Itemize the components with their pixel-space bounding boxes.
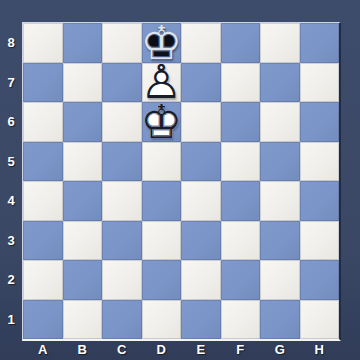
square-a5[interactable] [23, 142, 63, 182]
square-g5[interactable] [260, 142, 300, 182]
square-e8[interactable] [181, 23, 221, 63]
square-b1[interactable] [63, 300, 103, 340]
piece-fill-glyph: ♚ [140, 18, 182, 65]
square-g2[interactable] [260, 260, 300, 300]
square-g7[interactable] [260, 63, 300, 103]
square-g1[interactable] [260, 300, 300, 340]
piece-outline-glyph: ♔ [140, 97, 182, 144]
square-f6[interactable] [221, 102, 261, 142]
piece-outline-glyph: ♔ [140, 18, 182, 65]
square-b4[interactable] [63, 181, 103, 221]
square-d6[interactable]: ♚♔ [142, 102, 182, 142]
square-d3[interactable] [142, 221, 182, 261]
file-label-c: C [102, 341, 142, 358]
square-c4[interactable] [102, 181, 142, 221]
piece-outline-glyph: ♙ [140, 58, 182, 105]
square-b6[interactable] [63, 102, 103, 142]
square-a3[interactable] [23, 221, 63, 261]
rank-label-1: 1 [0, 300, 22, 340]
file-label-g: G [260, 341, 300, 358]
white-pawn[interactable]: ♟♙ [142, 63, 182, 103]
square-h6[interactable] [300, 102, 340, 142]
square-b8[interactable] [63, 23, 103, 63]
square-c8[interactable] [102, 23, 142, 63]
file-label-e: E [181, 341, 221, 358]
piece-fill-glyph: ♟ [140, 58, 182, 105]
square-e3[interactable] [181, 221, 221, 261]
square-a2[interactable] [23, 260, 63, 300]
rank-label-5: 5 [0, 142, 22, 182]
square-a1[interactable] [23, 300, 63, 340]
square-g3[interactable] [260, 221, 300, 261]
rank-label-7: 7 [0, 63, 22, 103]
square-f2[interactable] [221, 260, 261, 300]
file-label-b: B [63, 341, 103, 358]
square-b2[interactable] [63, 260, 103, 300]
square-e2[interactable] [181, 260, 221, 300]
square-f7[interactable] [221, 63, 261, 103]
square-h5[interactable] [300, 142, 340, 182]
square-b5[interactable] [63, 142, 103, 182]
square-c1[interactable] [102, 300, 142, 340]
square-h7[interactable] [300, 63, 340, 103]
file-labels: ABCDEFGH [23, 341, 339, 358]
square-h1[interactable] [300, 300, 340, 340]
chess-diagram: 87654321 ♚♔♟♙♚♔ ABCDEFGH [0, 0, 360, 360]
square-f3[interactable] [221, 221, 261, 261]
square-f1[interactable] [221, 300, 261, 340]
square-c2[interactable] [102, 260, 142, 300]
rank-labels: 87654321 [0, 23, 22, 339]
rank-label-8: 8 [0, 23, 22, 63]
rank-label-3: 3 [0, 221, 22, 261]
square-e7[interactable] [181, 63, 221, 103]
square-f8[interactable] [221, 23, 261, 63]
square-b7[interactable] [63, 63, 103, 103]
rank-label-2: 2 [0, 260, 22, 300]
square-c6[interactable] [102, 102, 142, 142]
square-f4[interactable] [221, 181, 261, 221]
square-b3[interactable] [63, 221, 103, 261]
square-a6[interactable] [23, 102, 63, 142]
chess-board: ♚♔♟♙♚♔ [22, 22, 341, 341]
file-label-a: A [23, 341, 63, 358]
square-d8[interactable]: ♚♔ [142, 23, 182, 63]
square-h8[interactable] [300, 23, 340, 63]
square-d4[interactable] [142, 181, 182, 221]
square-g4[interactable] [260, 181, 300, 221]
square-d7[interactable]: ♟♙ [142, 63, 182, 103]
square-e6[interactable] [181, 102, 221, 142]
square-a7[interactable] [23, 63, 63, 103]
white-king[interactable]: ♚♔ [142, 102, 182, 142]
square-a4[interactable] [23, 181, 63, 221]
square-c3[interactable] [102, 221, 142, 261]
square-d5[interactable] [142, 142, 182, 182]
rank-label-4: 4 [0, 181, 22, 221]
file-label-f: F [221, 341, 261, 358]
file-label-d: D [142, 341, 182, 358]
square-g6[interactable] [260, 102, 300, 142]
square-h4[interactable] [300, 181, 340, 221]
square-c5[interactable] [102, 142, 142, 182]
file-label-h: H [300, 341, 340, 358]
square-c7[interactable] [102, 63, 142, 103]
square-d1[interactable] [142, 300, 182, 340]
square-f5[interactable] [221, 142, 261, 182]
square-h3[interactable] [300, 221, 340, 261]
square-e5[interactable] [181, 142, 221, 182]
square-a8[interactable] [23, 23, 63, 63]
rank-label-6: 6 [0, 102, 22, 142]
square-e1[interactable] [181, 300, 221, 340]
square-g8[interactable] [260, 23, 300, 63]
square-e4[interactable] [181, 181, 221, 221]
black-king[interactable]: ♚♔ [142, 23, 182, 63]
square-h2[interactable] [300, 260, 340, 300]
piece-fill-glyph: ♚ [140, 97, 182, 144]
square-d2[interactable] [142, 260, 182, 300]
